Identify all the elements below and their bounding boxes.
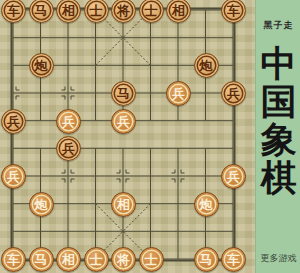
piece-black-炮[interactable]: 炮 xyxy=(29,53,54,78)
piece-black-马[interactable]: 马 xyxy=(29,0,54,23)
piece-black-士[interactable]: 士 xyxy=(139,0,164,23)
piece-black-兵[interactable]: 兵 xyxy=(221,81,246,106)
piece-black-马[interactable]: 马 xyxy=(111,81,136,106)
more-games-link[interactable]: 更多游戏 xyxy=(256,252,300,265)
piece-red-士[interactable]: 士 xyxy=(84,247,109,272)
piece-black-士[interactable]: 士 xyxy=(84,0,109,23)
piece-red-炮[interactable]: 炮 xyxy=(29,192,54,217)
app-title-char: 中 xyxy=(256,44,300,82)
piece-red-兵[interactable]: 兵 xyxy=(56,109,81,134)
xiangqi-board[interactable]: 车马相士将士相车炮炮马兵兵兵兵兵兵兵兵炮相炮车马相士将士马车 xyxy=(0,0,255,273)
app-title-char: 象 xyxy=(256,120,300,158)
app-title: 中 国 象 棋 xyxy=(256,44,300,196)
piece-red-马[interactable]: 马 xyxy=(29,247,54,272)
piece-red-车[interactable]: 车 xyxy=(221,247,246,272)
piece-red-相[interactable]: 相 xyxy=(111,192,136,217)
piece-red-士[interactable]: 士 xyxy=(139,247,164,272)
app-title-char: 国 xyxy=(256,82,300,120)
piece-red-兵[interactable]: 兵 xyxy=(1,164,26,189)
xiangqi-app-window: 车马相士将士相车炮炮马兵兵兵兵兵兵兵兵炮相炮车马相士将士马车 黑子走 中 国 象… xyxy=(0,0,300,273)
piece-red-马[interactable]: 马 xyxy=(194,247,219,272)
piece-red-车[interactable]: 车 xyxy=(1,247,26,272)
piece-red-兵[interactable]: 兵 xyxy=(111,109,136,134)
sidebar: 黑子走 中 国 象 棋 更多游戏 xyxy=(255,0,300,273)
piece-red-兵[interactable]: 兵 xyxy=(221,164,246,189)
app-title-char: 棋 xyxy=(256,158,300,196)
piece-red-相[interactable]: 相 xyxy=(56,247,81,272)
piece-red-将[interactable]: 将 xyxy=(111,247,136,272)
piece-black-兵[interactable]: 兵 xyxy=(1,109,26,134)
board-grid xyxy=(0,0,255,273)
piece-black-炮[interactable]: 炮 xyxy=(194,53,219,78)
turn-indicator: 黑子走 xyxy=(256,19,300,32)
piece-red-兵[interactable]: 兵 xyxy=(166,81,191,106)
piece-red-炮[interactable]: 炮 xyxy=(194,192,219,217)
